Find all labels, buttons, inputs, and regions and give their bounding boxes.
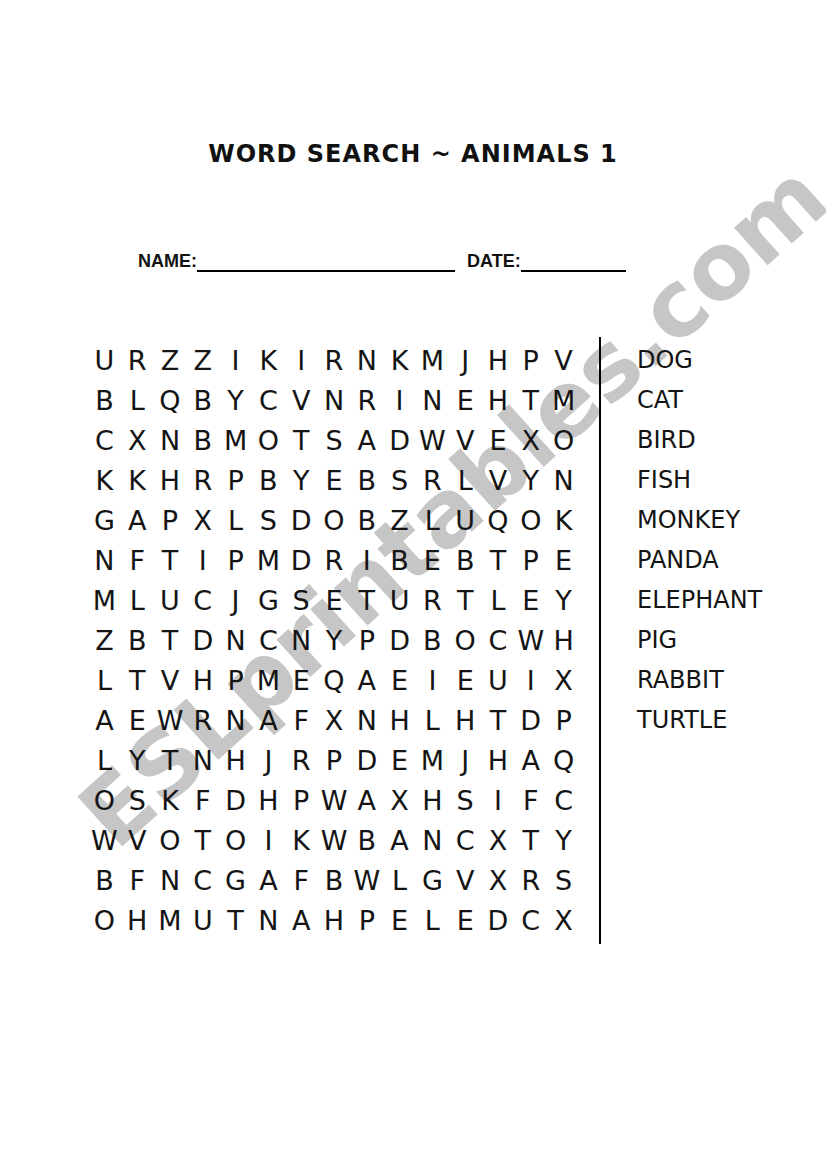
grid-cell-r2c5[interactable]: Y: [219, 380, 252, 420]
grid-cell-r9c8[interactable]: Q: [318, 660, 351, 700]
grid-cell-r4c4[interactable]: R: [186, 460, 219, 500]
grid-cell-r12c11[interactable]: H: [416, 780, 449, 820]
name-label: NAME:: [138, 251, 197, 272]
grid-cell-r9c4[interactable]: H: [186, 660, 219, 700]
grid-cell-r5c3[interactable]: P: [154, 500, 187, 540]
grid-cell-r7c7[interactable]: S: [285, 580, 318, 620]
grid-cell-r8c7[interactable]: N: [285, 620, 318, 660]
grid-cell-r12c14[interactable]: F: [514, 780, 547, 820]
divider-line: [599, 337, 601, 944]
grid-cell-r11c10[interactable]: E: [383, 740, 416, 780]
grid-cell-r12c15[interactable]: C: [547, 780, 580, 820]
grid-cell-r10c13[interactable]: T: [482, 700, 515, 740]
grid-cell-r8c14[interactable]: W: [514, 620, 547, 660]
grid-cell-r11c8[interactable]: P: [318, 740, 351, 780]
grid-cell-r9c12[interactable]: E: [449, 660, 482, 700]
grid-cell-r1c7[interactable]: I: [285, 340, 318, 380]
grid-cell-r1c13[interactable]: H: [482, 340, 515, 380]
grid-cell-r13c10[interactable]: A: [383, 820, 416, 860]
grid-cell-r13c12[interactable]: C: [449, 820, 482, 860]
date-field[interactable]: [521, 250, 626, 272]
grid-cell-r4c7[interactable]: Y: [285, 460, 318, 500]
grid-cell-r5c9[interactable]: B: [350, 500, 383, 540]
grid-cell-r1c4[interactable]: Z: [186, 340, 219, 380]
grid-cell-r4c15[interactable]: N: [547, 460, 580, 500]
grid-cell-r6c12[interactable]: B: [449, 540, 482, 580]
grid-cell-r13c11[interactable]: N: [416, 820, 449, 860]
grid-cell-r12c12[interactable]: S: [449, 780, 482, 820]
grid-cell-r8c1[interactable]: Z: [88, 620, 121, 660]
grid-cell-r14c5[interactable]: G: [219, 860, 252, 900]
grid-cell-r15c10[interactable]: E: [383, 900, 416, 940]
grid-cell-r5c5[interactable]: L: [219, 500, 252, 540]
grid-cell-r15c3[interactable]: M: [154, 900, 187, 940]
grid-cell-r5c2[interactable]: A: [121, 500, 154, 540]
grid-cell-r3c1[interactable]: C: [88, 420, 121, 460]
grid-cell-r6c7[interactable]: D: [285, 540, 318, 580]
grid-cell-r11c2[interactable]: Y: [121, 740, 154, 780]
grid-cell-r5c13[interactable]: Q: [482, 500, 515, 540]
grid-cell-r11c13[interactable]: H: [482, 740, 515, 780]
grid-cell-r9c2[interactable]: T: [121, 660, 154, 700]
grid-cell-r1c1[interactable]: U: [88, 340, 121, 380]
word-list-item-bird: BIRD: [637, 420, 762, 460]
grid-cell-r12c8[interactable]: W: [318, 780, 351, 820]
grid-cell-r10c1[interactable]: A: [88, 700, 121, 740]
name-field[interactable]: [197, 250, 455, 272]
grid-cell-r6c15[interactable]: E: [547, 540, 580, 580]
grid-cell-r4c3[interactable]: H: [154, 460, 187, 500]
grid-cell-r3c4[interactable]: B: [186, 420, 219, 460]
grid-cell-r5c11[interactable]: L: [416, 500, 449, 540]
grid-cell-r15c2[interactable]: H: [121, 900, 154, 940]
grid-cell-r1c11[interactable]: M: [416, 340, 449, 380]
grid-cell-r11c12[interactable]: J: [449, 740, 482, 780]
grid-cell-r6c6[interactable]: M: [252, 540, 285, 580]
grid-cell-r7c2[interactable]: L: [121, 580, 154, 620]
grid-cell-r4c1[interactable]: K: [88, 460, 121, 500]
word-list-item-fish: FISH: [637, 460, 762, 500]
grid-cell-r10c14[interactable]: D: [514, 700, 547, 740]
grid-cell-r4c11[interactable]: R: [416, 460, 449, 500]
grid-cell-r15c11[interactable]: L: [416, 900, 449, 940]
grid-cell-r12c7[interactable]: P: [285, 780, 318, 820]
grid-cell-r6c1[interactable]: N: [88, 540, 121, 580]
grid-cell-r4c13[interactable]: V: [482, 460, 515, 500]
grid-cell-r8c10[interactable]: D: [383, 620, 416, 660]
grid-cell-r15c15[interactable]: X: [547, 900, 580, 940]
grid-cell-r14c11[interactable]: G: [416, 860, 449, 900]
grid-cell-r15c7[interactable]: A: [285, 900, 318, 940]
page-title: WORD SEARCH ~ ANIMALS 1: [0, 140, 826, 168]
grid-cell-r3c6[interactable]: O: [252, 420, 285, 460]
grid-cell-r3c3[interactable]: N: [154, 420, 187, 460]
word-list-item-panda: PANDA: [637, 540, 762, 580]
grid-cell-r12c4[interactable]: F: [186, 780, 219, 820]
grid-cell-r3c5[interactable]: M: [219, 420, 252, 460]
grid-cell-r1c2[interactable]: R: [121, 340, 154, 380]
grid-cell-r7c12[interactable]: T: [449, 580, 482, 620]
grid-cell-r14c12[interactable]: V: [449, 860, 482, 900]
grid-cell-r1c8[interactable]: R: [318, 340, 351, 380]
word-list-item-cat: CAT: [637, 380, 762, 420]
grid-cell-r12c6[interactable]: H: [252, 780, 285, 820]
grid-cell-r10c2[interactable]: E: [121, 700, 154, 740]
grid-cell-r13c8[interactable]: W: [318, 820, 351, 860]
grid-cell-r7c3[interactable]: U: [154, 580, 187, 620]
grid-cell-r7c14[interactable]: E: [514, 580, 547, 620]
name-date-line: NAME: DATE:: [138, 250, 626, 272]
grid-cell-r2c7[interactable]: V: [285, 380, 318, 420]
grid-cell-r14c10[interactable]: L: [383, 860, 416, 900]
grid-cell-r2c11[interactable]: N: [416, 380, 449, 420]
grid-cell-r11c5[interactable]: H: [219, 740, 252, 780]
date-label: DATE:: [467, 251, 521, 272]
grid-cell-r1c9[interactable]: N: [350, 340, 383, 380]
word-list: DOGCATBIRDFISHMONKEYPANDAELEPHANTPIGRABB…: [637, 340, 762, 740]
grid-cell-r10c3[interactable]: W: [154, 700, 187, 740]
grid-cell-r8c8[interactable]: Y: [318, 620, 351, 660]
grid-cell-r5c8[interactable]: O: [318, 500, 351, 540]
grid-cell-r14c15[interactable]: S: [547, 860, 580, 900]
grid-cell-r10c6[interactable]: A: [252, 700, 285, 740]
grid-cell-r2c10[interactable]: I: [383, 380, 416, 420]
grid-cell-r10c7[interactable]: F: [285, 700, 318, 740]
grid-cell-r1c10[interactable]: K: [383, 340, 416, 380]
grid-cell-r7c10[interactable]: U: [383, 580, 416, 620]
grid-cell-r14c9[interactable]: W: [350, 860, 383, 900]
grid-cell-r9c5[interactable]: P: [219, 660, 252, 700]
grid-cell-r1c12[interactable]: J: [449, 340, 482, 380]
grid-cell-r2c3[interactable]: Q: [154, 380, 187, 420]
grid-cell-r7c6[interactable]: G: [252, 580, 285, 620]
grid-cell-r3c2[interactable]: X: [121, 420, 154, 460]
grid-cell-r9c15[interactable]: X: [547, 660, 580, 700]
grid-cell-r3c8[interactable]: S: [318, 420, 351, 460]
grid-cell-r14c6[interactable]: A: [252, 860, 285, 900]
grid-cell-r6c14[interactable]: P: [514, 540, 547, 580]
grid-cell-r14c8[interactable]: B: [318, 860, 351, 900]
grid-cell-r12c3[interactable]: K: [154, 780, 187, 820]
grid-cell-r12c5[interactable]: D: [219, 780, 252, 820]
grid-cell-r9c9[interactable]: A: [350, 660, 383, 700]
grid-cell-r4c2[interactable]: K: [121, 460, 154, 500]
grid-cell-r2c12[interactable]: E: [449, 380, 482, 420]
grid-cell-r14c2[interactable]: F: [121, 860, 154, 900]
grid-cell-r8c11[interactable]: B: [416, 620, 449, 660]
grid-cell-r9c3[interactable]: V: [154, 660, 187, 700]
grid-cell-r5c1[interactable]: G: [88, 500, 121, 540]
grid-cell-r11c7[interactable]: R: [285, 740, 318, 780]
grid-cell-r14c13[interactable]: X: [482, 860, 515, 900]
worksheet-page: ESLprintables.com WORD SEARCH ~ ANIMALS …: [0, 0, 826, 1169]
grid-cell-r6c10[interactable]: B: [383, 540, 416, 580]
grid-cell-r8c6[interactable]: C: [252, 620, 285, 660]
grid-cell-r2c8[interactable]: N: [318, 380, 351, 420]
grid-cell-r11c9[interactable]: D: [350, 740, 383, 780]
grid-cell-r2c1[interactable]: B: [88, 380, 121, 420]
grid-cell-r1c3[interactable]: Z: [154, 340, 187, 380]
grid-cell-r8c5[interactable]: N: [219, 620, 252, 660]
grid-cell-r6c9[interactable]: I: [350, 540, 383, 580]
grid-cell-r4c5[interactable]: P: [219, 460, 252, 500]
grid-cell-r15c5[interactable]: T: [219, 900, 252, 940]
grid-cell-r13c13[interactable]: X: [482, 820, 515, 860]
grid-cell-r6c8[interactable]: R: [318, 540, 351, 580]
grid-cell-r1c14[interactable]: P: [514, 340, 547, 380]
grid-cell-r8c4[interactable]: D: [186, 620, 219, 660]
grid-cell-r10c9[interactable]: N: [350, 700, 383, 740]
word-list-item-pig: PIG: [637, 620, 762, 660]
grid-cell-r13c1[interactable]: W: [88, 820, 121, 860]
grid-cell-r6c5[interactable]: P: [219, 540, 252, 580]
grid-cell-r7c4[interactable]: C: [186, 580, 219, 620]
word-list-item-monkey: MONKEY: [637, 500, 762, 540]
grid-cell-r13c6[interactable]: I: [252, 820, 285, 860]
grid-cell-r3c14[interactable]: X: [514, 420, 547, 460]
word-list-item-elephant: ELEPHANT: [637, 580, 762, 620]
grid-cell-r8c9[interactable]: P: [350, 620, 383, 660]
grid-cell-r11c15[interactable]: Q: [547, 740, 580, 780]
grid-cell-r11c3[interactable]: T: [154, 740, 187, 780]
grid-cell-r6c2[interactable]: F: [121, 540, 154, 580]
grid-cell-r4c10[interactable]: S: [383, 460, 416, 500]
grid-cell-r14c3[interactable]: N: [154, 860, 187, 900]
grid-cell-r4c9[interactable]: B: [350, 460, 383, 500]
grid-cell-r7c1[interactable]: M: [88, 580, 121, 620]
grid-cell-r3c7[interactable]: T: [285, 420, 318, 460]
grid-cell-r12c13[interactable]: I: [482, 780, 515, 820]
grid-cell-r8c2[interactable]: B: [121, 620, 154, 660]
grid-cell-r11c11[interactable]: M: [416, 740, 449, 780]
grid-cell-r15c13[interactable]: D: [482, 900, 515, 940]
grid-cell-r11c14[interactable]: A: [514, 740, 547, 780]
grid-cell-r11c4[interactable]: N: [186, 740, 219, 780]
grid-cell-r8c12[interactable]: O: [449, 620, 482, 660]
grid-cell-r3c13[interactable]: E: [482, 420, 515, 460]
grid-cell-r3c15[interactable]: O: [547, 420, 580, 460]
grid-cell-r9c6[interactable]: M: [252, 660, 285, 700]
grid-cell-r1c15[interactable]: V: [547, 340, 580, 380]
grid-cell-r10c8[interactable]: X: [318, 700, 351, 740]
grid-cell-r2c4[interactable]: B: [186, 380, 219, 420]
grid-cell-r1c6[interactable]: K: [252, 340, 285, 380]
grid-cell-r13c3[interactable]: O: [154, 820, 187, 860]
word-list-item-dog: DOG: [637, 340, 762, 380]
grid-cell-r2c13[interactable]: H: [482, 380, 515, 420]
grid-cell-r5c15[interactable]: K: [547, 500, 580, 540]
grid-cell-r7c5[interactable]: J: [219, 580, 252, 620]
grid-cell-r6c3[interactable]: T: [154, 540, 187, 580]
grid-cell-r5c7[interactable]: D: [285, 500, 318, 540]
grid-cell-r15c4[interactable]: U: [186, 900, 219, 940]
grid-cell-r1c5[interactable]: I: [219, 340, 252, 380]
grid-cell-r7c9[interactable]: T: [350, 580, 383, 620]
grid-cell-r8c3[interactable]: T: [154, 620, 187, 660]
grid-cell-r15c1[interactable]: O: [88, 900, 121, 940]
grid-cell-r9c10[interactable]: E: [383, 660, 416, 700]
grid-cell-r13c2[interactable]: V: [121, 820, 154, 860]
word-list-item-turtle: TURTLE: [637, 700, 762, 740]
grid-cell-r3c10[interactable]: D: [383, 420, 416, 460]
grid-cell-r7c8[interactable]: E: [318, 580, 351, 620]
grid-cell-r7c15[interactable]: Y: [547, 580, 580, 620]
grid-cell-r5c10[interactable]: Z: [383, 500, 416, 540]
grid-cell-r6c11[interactable]: E: [416, 540, 449, 580]
grid-cell-r9c14[interactable]: I: [514, 660, 547, 700]
grid-cell-r12c1[interactable]: O: [88, 780, 121, 820]
grid-cell-r6c13[interactable]: T: [482, 540, 515, 580]
grid-cell-r9c7[interactable]: E: [285, 660, 318, 700]
grid-cell-r2c6[interactable]: C: [252, 380, 285, 420]
grid-cell-r10c10[interactable]: H: [383, 700, 416, 740]
grid-cell-r12c9[interactable]: A: [350, 780, 383, 820]
grid-cell-r5c4[interactable]: X: [186, 500, 219, 540]
grid-cell-r13c5[interactable]: O: [219, 820, 252, 860]
grid-cell-r5c14[interactable]: O: [514, 500, 547, 540]
grid-cell-r6c4[interactable]: I: [186, 540, 219, 580]
grid-cell-r13c14[interactable]: T: [514, 820, 547, 860]
grid-cell-r8c13[interactable]: C: [482, 620, 515, 660]
grid-cell-r13c7[interactable]: K: [285, 820, 318, 860]
grid-cell-r14c1[interactable]: B: [88, 860, 121, 900]
grid-cell-r14c4[interactable]: C: [186, 860, 219, 900]
grid-cell-r2c2[interactable]: L: [121, 380, 154, 420]
grid-cell-r8c15[interactable]: H: [547, 620, 580, 660]
grid-cell-r4c14[interactable]: Y: [514, 460, 547, 500]
grid-cell-r15c6[interactable]: N: [252, 900, 285, 940]
grid-cell-r10c4[interactable]: R: [186, 700, 219, 740]
grid-cell-r7c13[interactable]: L: [482, 580, 515, 620]
grid-cell-r10c15[interactable]: P: [547, 700, 580, 740]
grid-cell-r11c6[interactable]: J: [252, 740, 285, 780]
grid-cell-r13c4[interactable]: T: [186, 820, 219, 860]
grid-cell-r5c6[interactable]: S: [252, 500, 285, 540]
grid-cell-r14c14[interactable]: R: [514, 860, 547, 900]
grid-cell-r7c11[interactable]: R: [416, 580, 449, 620]
grid-cell-r9c1[interactable]: L: [88, 660, 121, 700]
grid-cell-r13c9[interactable]: B: [350, 820, 383, 860]
grid-cell-r11c1[interactable]: L: [88, 740, 121, 780]
grid-cell-r2c15[interactable]: M: [547, 380, 580, 420]
grid-cell-r3c11[interactable]: W: [416, 420, 449, 460]
grid-cell-r3c12[interactable]: V: [449, 420, 482, 460]
grid-cell-r10c5[interactable]: N: [219, 700, 252, 740]
grid-cell-r10c11[interactable]: L: [416, 700, 449, 740]
word-search-grid: URZZIKIRNKMJHPVBLQBYCVNRINEHTMCXNBMOTSAD…: [88, 340, 580, 940]
grid-cell-r12c2[interactable]: S: [121, 780, 154, 820]
grid-cell-r4c12[interactable]: L: [449, 460, 482, 500]
grid-cell-r9c11[interactable]: I: [416, 660, 449, 700]
grid-cell-r13c15[interactable]: Y: [547, 820, 580, 860]
grid-cell-r15c14[interactable]: C: [514, 900, 547, 940]
grid-cell-r10c12[interactable]: H: [449, 700, 482, 740]
grid-cell-r2c9[interactable]: R: [350, 380, 383, 420]
grid-cell-r2c14[interactable]: T: [514, 380, 547, 420]
grid-cell-r3c9[interactable]: A: [350, 420, 383, 460]
grid-cell-r5c12[interactable]: U: [449, 500, 482, 540]
grid-cell-r15c8[interactable]: H: [318, 900, 351, 940]
grid-cell-r14c7[interactable]: F: [285, 860, 318, 900]
grid-cell-r4c6[interactable]: B: [252, 460, 285, 500]
word-list-item-rabbit: RABBIT: [637, 660, 762, 700]
grid-cell-r15c12[interactable]: E: [449, 900, 482, 940]
grid-cell-r15c9[interactable]: P: [350, 900, 383, 940]
grid-cell-r9c13[interactable]: U: [482, 660, 515, 700]
grid-cell-r4c8[interactable]: E: [318, 460, 351, 500]
grid-cell-r12c10[interactable]: X: [383, 780, 416, 820]
